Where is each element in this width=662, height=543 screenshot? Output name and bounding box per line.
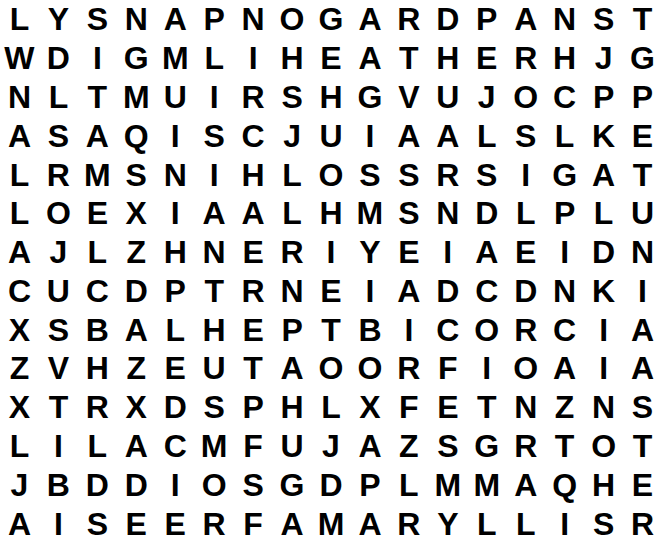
grid-cell[interactable]: E xyxy=(389,233,428,272)
grid-cell[interactable]: C xyxy=(156,427,195,466)
grid-cell[interactable]: D xyxy=(78,465,117,504)
grid-cell[interactable]: N xyxy=(545,0,584,39)
grid-cell[interactable]: D xyxy=(584,233,623,272)
grid-cell[interactable]: O xyxy=(195,465,234,504)
word-search-grid: LYSNAPNOGARDPANSTWDIGMLIHEATHERHJGNLTMUI… xyxy=(0,0,662,543)
grid-cell[interactable]: T xyxy=(623,427,662,466)
grid-cell[interactable]: T xyxy=(623,0,662,39)
grid-cell[interactable]: T xyxy=(39,388,78,427)
grid-cell[interactable]: N xyxy=(117,0,156,39)
grid-cell[interactable]: P xyxy=(273,310,312,349)
grid-cell[interactable]: A xyxy=(389,116,428,155)
grid-cell[interactable]: C xyxy=(428,310,467,349)
grid-cell[interactable]: R xyxy=(234,271,273,310)
grid-cell[interactable]: J xyxy=(0,465,39,504)
grid-cell[interactable]: C xyxy=(78,271,117,310)
grid-cell[interactable]: U xyxy=(39,271,78,310)
grid-cell[interactable]: T xyxy=(545,427,584,466)
grid-cell[interactable]: D xyxy=(428,0,467,39)
grid-cell[interactable]: E xyxy=(623,465,662,504)
grid-cell[interactable]: P xyxy=(467,0,506,39)
grid-cell[interactable]: I xyxy=(428,233,467,272)
grid-cell[interactable]: L xyxy=(467,504,506,543)
grid-cell[interactable]: Y xyxy=(39,0,78,39)
grid-cell[interactable]: Z xyxy=(545,388,584,427)
grid-cell[interactable]: A xyxy=(195,194,234,233)
grid-cell[interactable]: G xyxy=(623,39,662,78)
grid-cell[interactable]: F xyxy=(428,349,467,388)
grid-cell[interactable]: M xyxy=(156,39,195,78)
grid-cell[interactable]: S xyxy=(39,310,78,349)
grid-cell[interactable]: S xyxy=(428,427,467,466)
grid-cell[interactable]: R xyxy=(428,155,467,194)
grid-cell[interactable]: X xyxy=(0,388,39,427)
grid-cell[interactable]: H xyxy=(156,233,195,272)
grid-cell[interactable]: R xyxy=(506,39,545,78)
grid-cell[interactable]: Y xyxy=(428,504,467,543)
grid-cell[interactable]: S xyxy=(195,116,234,155)
grid-cell[interactable]: S xyxy=(39,116,78,155)
grid-cell[interactable]: O xyxy=(584,427,623,466)
grid-cell[interactable]: I xyxy=(156,465,195,504)
grid-cell[interactable]: D xyxy=(312,465,351,504)
grid-cell[interactable]: I xyxy=(623,271,662,310)
grid-cell[interactable]: H xyxy=(312,194,351,233)
grid-cell[interactable]: J xyxy=(467,78,506,117)
grid-cell[interactable]: T xyxy=(234,349,273,388)
grid-cell[interactable]: O xyxy=(312,155,351,194)
grid-cell[interactable]: P xyxy=(156,271,195,310)
grid-cell[interactable]: M xyxy=(312,504,351,543)
grid-cell[interactable]: T xyxy=(312,310,351,349)
grid-cell[interactable]: N xyxy=(195,233,234,272)
grid-cell[interactable]: T xyxy=(467,388,506,427)
grid-cell[interactable]: L xyxy=(156,310,195,349)
grid-cell[interactable]: K xyxy=(584,271,623,310)
grid-cell[interactable]: A xyxy=(623,349,662,388)
grid-cell[interactable]: W xyxy=(0,39,39,78)
grid-cell[interactable]: N xyxy=(545,271,584,310)
grid-cell[interactable]: L xyxy=(312,388,351,427)
grid-cell[interactable]: A xyxy=(350,427,389,466)
grid-cell[interactable]: D xyxy=(428,271,467,310)
grid-cell[interactable]: S xyxy=(78,504,117,543)
grid-cell[interactable]: O xyxy=(273,0,312,39)
grid-cell[interactable]: O xyxy=(39,194,78,233)
grid-cell[interactable]: A xyxy=(117,427,156,466)
grid-cell[interactable]: S xyxy=(117,155,156,194)
grid-cell[interactable]: G xyxy=(312,0,351,39)
grid-cell[interactable]: J xyxy=(39,233,78,272)
grid-cell[interactable]: M xyxy=(350,194,389,233)
grid-cell[interactable]: D xyxy=(506,271,545,310)
grid-cell[interactable]: S xyxy=(623,388,662,427)
grid-cell[interactable]: X xyxy=(350,388,389,427)
grid-cell[interactable]: Z xyxy=(389,427,428,466)
grid-cell[interactable]: M xyxy=(428,465,467,504)
grid-cell[interactable]: I xyxy=(545,504,584,543)
grid-cell[interactable]: Z xyxy=(0,349,39,388)
grid-cell[interactable]: T xyxy=(389,39,428,78)
grid-cell[interactable]: N xyxy=(428,194,467,233)
grid-cell[interactable]: E xyxy=(506,233,545,272)
grid-cell[interactable]: L xyxy=(0,194,39,233)
grid-cell[interactable]: N xyxy=(156,155,195,194)
grid-cell[interactable]: N xyxy=(506,388,545,427)
grid-cell[interactable]: Y xyxy=(350,233,389,272)
grid-cell[interactable]: L xyxy=(78,427,117,466)
grid-cell[interactable]: I xyxy=(78,39,117,78)
grid-cell[interactable]: J xyxy=(584,39,623,78)
grid-cell[interactable]: T xyxy=(195,271,234,310)
grid-cell[interactable]: D xyxy=(156,388,195,427)
grid-cell[interactable]: E xyxy=(156,349,195,388)
grid-cell[interactable]: E xyxy=(623,116,662,155)
grid-cell[interactable]: D xyxy=(39,39,78,78)
grid-cell[interactable]: U xyxy=(428,78,467,117)
grid-cell[interactable]: H xyxy=(273,39,312,78)
grid-cell[interactable]: C xyxy=(467,271,506,310)
grid-cell[interactable]: L xyxy=(0,0,39,39)
grid-cell[interactable]: J xyxy=(312,427,351,466)
grid-cell[interactable]: R xyxy=(273,233,312,272)
grid-cell[interactable]: I xyxy=(350,271,389,310)
grid-cell[interactable]: E xyxy=(428,388,467,427)
grid-cell[interactable]: U xyxy=(156,78,195,117)
grid-cell[interactable]: G xyxy=(273,465,312,504)
grid-cell[interactable]: Q xyxy=(117,116,156,155)
grid-cell[interactable]: A xyxy=(350,0,389,39)
grid-cell[interactable]: I xyxy=(39,504,78,543)
grid-cell[interactable]: L xyxy=(467,116,506,155)
grid-cell[interactable]: A xyxy=(506,465,545,504)
grid-cell[interactable]: N xyxy=(273,271,312,310)
grid-cell[interactable]: U xyxy=(195,349,234,388)
grid-cell[interactable]: I xyxy=(467,349,506,388)
grid-cell[interactable]: E xyxy=(117,504,156,543)
grid-cell[interactable]: A xyxy=(156,0,195,39)
grid-cell[interactable]: A xyxy=(350,39,389,78)
grid-cell[interactable]: V xyxy=(389,78,428,117)
grid-cell[interactable]: G xyxy=(350,78,389,117)
grid-cell[interactable]: I xyxy=(156,116,195,155)
grid-cell[interactable]: A xyxy=(273,349,312,388)
grid-cell[interactable]: S xyxy=(584,504,623,543)
grid-cell[interactable]: X xyxy=(117,388,156,427)
grid-cell[interactable]: C xyxy=(545,78,584,117)
grid-cell[interactable]: E xyxy=(156,504,195,543)
grid-cell[interactable]: P xyxy=(195,0,234,39)
grid-cell[interactable]: P xyxy=(584,78,623,117)
grid-cell[interactable]: I xyxy=(156,194,195,233)
grid-cell[interactable]: A xyxy=(117,310,156,349)
grid-cell[interactable]: M xyxy=(117,78,156,117)
grid-cell[interactable]: X xyxy=(0,310,39,349)
grid-cell[interactable]: M xyxy=(195,427,234,466)
grid-cell[interactable]: A xyxy=(467,233,506,272)
grid-cell[interactable]: S xyxy=(78,0,117,39)
grid-cell[interactable]: F xyxy=(389,388,428,427)
grid-cell[interactable]: D xyxy=(117,465,156,504)
grid-cell[interactable]: I xyxy=(350,116,389,155)
grid-cell[interactable]: E xyxy=(234,310,273,349)
grid-cell[interactable]: A xyxy=(234,194,273,233)
grid-cell[interactable]: H xyxy=(312,78,351,117)
grid-cell[interactable]: K xyxy=(584,116,623,155)
grid-cell[interactable]: I xyxy=(584,310,623,349)
grid-cell[interactable]: U xyxy=(312,116,351,155)
grid-cell[interactable]: R xyxy=(389,0,428,39)
grid-cell[interactable]: O xyxy=(506,349,545,388)
grid-cell[interactable]: H xyxy=(78,349,117,388)
grid-cell[interactable]: B xyxy=(350,310,389,349)
grid-cell[interactable]: L xyxy=(0,427,39,466)
grid-cell[interactable]: A xyxy=(506,0,545,39)
grid-cell[interactable]: L xyxy=(506,194,545,233)
grid-cell[interactable]: L xyxy=(273,194,312,233)
grid-cell[interactable]: Z xyxy=(117,233,156,272)
grid-cell[interactable]: D xyxy=(117,271,156,310)
grid-cell[interactable]: C xyxy=(545,310,584,349)
grid-cell[interactable]: G xyxy=(467,427,506,466)
grid-cell[interactable]: A xyxy=(428,116,467,155)
grid-cell[interactable]: S xyxy=(584,0,623,39)
grid-cell[interactable]: C xyxy=(234,116,273,155)
grid-cell[interactable]: I xyxy=(545,233,584,272)
grid-cell[interactable]: N xyxy=(0,78,39,117)
grid-cell[interactable]: N xyxy=(234,0,273,39)
grid-cell[interactable]: O xyxy=(312,349,351,388)
grid-cell[interactable]: R xyxy=(78,388,117,427)
grid-cell[interactable]: P xyxy=(545,194,584,233)
grid-cell[interactable]: R xyxy=(195,504,234,543)
grid-cell[interactable]: A xyxy=(0,233,39,272)
grid-cell[interactable]: L xyxy=(389,465,428,504)
grid-cell[interactable]: Z xyxy=(117,349,156,388)
grid-cell[interactable]: L xyxy=(39,78,78,117)
grid-cell[interactable]: A xyxy=(623,310,662,349)
grid-cell[interactable]: S xyxy=(273,78,312,117)
grid-cell[interactable]: T xyxy=(623,155,662,194)
grid-cell[interactable]: L xyxy=(0,155,39,194)
grid-cell[interactable]: L xyxy=(78,233,117,272)
grid-cell[interactable]: A xyxy=(0,116,39,155)
grid-cell[interactable]: D xyxy=(467,194,506,233)
grid-cell[interactable]: L xyxy=(195,39,234,78)
grid-cell[interactable]: H xyxy=(234,155,273,194)
grid-cell[interactable]: X xyxy=(117,194,156,233)
grid-cell[interactable]: E xyxy=(312,39,351,78)
grid-cell[interactable]: U xyxy=(273,427,312,466)
grid-cell[interactable]: N xyxy=(584,388,623,427)
grid-cell[interactable]: A xyxy=(78,116,117,155)
grid-cell[interactable]: L xyxy=(506,504,545,543)
grid-cell[interactable]: J xyxy=(273,116,312,155)
grid-cell[interactable]: R xyxy=(39,155,78,194)
grid-cell[interactable]: T xyxy=(78,78,117,117)
grid-cell[interactable]: E xyxy=(234,233,273,272)
grid-cell[interactable]: F xyxy=(234,427,273,466)
grid-cell[interactable]: A xyxy=(584,155,623,194)
grid-cell[interactable]: P xyxy=(623,78,662,117)
grid-cell[interactable]: V xyxy=(39,349,78,388)
grid-cell[interactable]: S xyxy=(506,116,545,155)
grid-cell[interactable]: M xyxy=(78,155,117,194)
grid-cell[interactable]: B xyxy=(78,310,117,349)
grid-cell[interactable]: A xyxy=(350,504,389,543)
grid-cell[interactable]: Q xyxy=(545,465,584,504)
grid-cell[interactable]: C xyxy=(0,271,39,310)
grid-cell[interactable]: R xyxy=(389,349,428,388)
grid-cell[interactable]: S xyxy=(350,155,389,194)
grid-cell[interactable]: I xyxy=(234,39,273,78)
grid-cell[interactable]: S xyxy=(234,465,273,504)
grid-cell[interactable]: R xyxy=(389,504,428,543)
grid-cell[interactable]: I xyxy=(389,310,428,349)
grid-cell[interactable]: H xyxy=(428,39,467,78)
grid-cell[interactable]: A xyxy=(0,504,39,543)
grid-cell[interactable]: N xyxy=(623,233,662,272)
grid-cell[interactable]: R xyxy=(506,310,545,349)
grid-cell[interactable]: H xyxy=(273,388,312,427)
grid-cell[interactable]: I xyxy=(312,233,351,272)
grid-cell[interactable]: S xyxy=(389,194,428,233)
grid-cell[interactable]: I xyxy=(195,78,234,117)
grid-cell[interactable]: A xyxy=(273,504,312,543)
grid-cell[interactable]: I xyxy=(195,155,234,194)
grid-cell[interactable]: S xyxy=(195,388,234,427)
grid-cell[interactable]: M xyxy=(467,465,506,504)
grid-cell[interactable]: H xyxy=(195,310,234,349)
grid-cell[interactable]: R xyxy=(234,78,273,117)
grid-cell[interactable]: S xyxy=(389,155,428,194)
grid-cell[interactable]: O xyxy=(350,349,389,388)
grid-cell[interactable]: B xyxy=(39,465,78,504)
grid-cell[interactable]: P xyxy=(350,465,389,504)
grid-cell[interactable]: P xyxy=(234,388,273,427)
grid-cell[interactable]: I xyxy=(39,427,78,466)
grid-cell[interactable]: A xyxy=(389,271,428,310)
grid-cell[interactable]: S xyxy=(467,155,506,194)
grid-cell[interactable]: L xyxy=(545,116,584,155)
grid-cell[interactable]: G xyxy=(117,39,156,78)
grid-cell[interactable]: U xyxy=(623,194,662,233)
grid-cell[interactable]: L xyxy=(273,155,312,194)
grid-cell[interactable]: G xyxy=(545,155,584,194)
grid-cell[interactable]: I xyxy=(506,155,545,194)
grid-cell[interactable]: O xyxy=(467,310,506,349)
grid-cell[interactable]: F xyxy=(234,504,273,543)
grid-cell[interactable]: A xyxy=(545,349,584,388)
grid-cell[interactable]: E xyxy=(312,271,351,310)
grid-cell[interactable]: H xyxy=(545,39,584,78)
grid-cell[interactable]: E xyxy=(78,194,117,233)
grid-cell[interactable]: R xyxy=(506,427,545,466)
grid-cell[interactable]: H xyxy=(584,465,623,504)
grid-cell[interactable]: R xyxy=(623,504,662,543)
grid-cell[interactable]: E xyxy=(467,39,506,78)
grid-cell[interactable]: I xyxy=(584,349,623,388)
grid-cell[interactable]: O xyxy=(506,78,545,117)
grid-cell[interactable]: L xyxy=(584,194,623,233)
